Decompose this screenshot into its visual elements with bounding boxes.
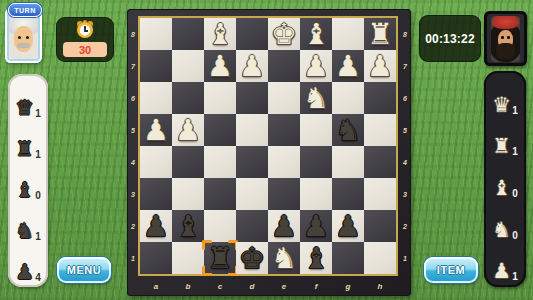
square-c6[interactable] — [204, 82, 236, 114]
square-d2[interactable] — [236, 210, 268, 242]
captured-pawn-row: ♟4 — [8, 243, 48, 283]
rank-label-6: 6 — [127, 82, 139, 114]
piece-white-pawn-h7[interactable]: ♟ — [364, 50, 396, 82]
black-player-avatar-card[interactable] — [484, 11, 527, 66]
avatar-eye — [507, 36, 510, 39]
square-d4[interactable] — [236, 146, 268, 178]
menu-button[interactable]: MENU — [57, 257, 111, 283]
captured-by-white-tray: ♛1♜1♝0♞1♟4 — [8, 74, 48, 287]
captured-queen-row: ♛1 — [484, 76, 526, 116]
piece-white-pawn-c7[interactable]: ♟ — [204, 50, 236, 82]
file-label-d: d — [236, 278, 268, 294]
avatar-eye — [501, 36, 504, 39]
rook-icon: ♜ — [15, 138, 34, 160]
square-f3[interactable] — [300, 178, 332, 210]
captured-pawn-row: ♟1 — [484, 242, 526, 282]
file-label-f: f — [300, 278, 332, 294]
captured-bishop-row: ♝0 — [484, 159, 526, 199]
captured-knight-row: ♞1 — [8, 202, 48, 242]
file-labels-bottom: abcdefgh — [140, 278, 396, 294]
file-label-c: c — [204, 278, 236, 294]
captured-pawn-count: 1 — [512, 271, 518, 282]
square-b3[interactable] — [172, 178, 204, 210]
black-player-avatar — [491, 16, 520, 62]
piece-black-pawn-g2[interactable]: ♟ — [332, 210, 364, 242]
square-e3[interactable] — [268, 178, 300, 210]
square-h1[interactable] — [364, 242, 396, 274]
rank-label-7: 7 — [399, 50, 411, 82]
chess-game-screen: TURN 30 00:13:22 ♛1♜1♝0♞1♟4 ♛1♜1♝0♞0♟1 8… — [0, 0, 533, 300]
move-timer-panel: 30 — [56, 17, 114, 62]
queen-icon: ♛ — [492, 94, 511, 116]
square-a3[interactable] — [140, 178, 172, 210]
avatar-beret — [492, 16, 519, 29]
rank-label-8: 8 — [127, 18, 139, 50]
rank-label-2: 2 — [127, 210, 139, 242]
square-b7[interactable] — [172, 50, 204, 82]
square-h4[interactable] — [364, 146, 396, 178]
square-h2[interactable] — [364, 210, 396, 242]
square-e7[interactable] — [268, 50, 300, 82]
square-d5[interactable] — [236, 114, 268, 146]
square-e6[interactable] — [268, 82, 300, 114]
piece-black-knight-g5[interactable]: ♞ — [332, 114, 364, 146]
alarm-clock-icon — [77, 22, 93, 38]
file-label-g: g — [332, 278, 364, 294]
captured-bishop-count: 0 — [35, 190, 41, 201]
piece-black-pawn-e2[interactable]: ♟ — [268, 210, 300, 242]
captured-bishop-row: ♝0 — [8, 161, 48, 201]
piece-white-bishop-c8[interactable]: ♝ — [204, 18, 236, 50]
square-d8[interactable] — [236, 18, 268, 50]
turn-badge: TURN — [8, 3, 42, 17]
rank-label-3: 3 — [127, 178, 139, 210]
square-f4[interactable] — [300, 146, 332, 178]
square-b1[interactable] — [172, 242, 204, 274]
game-clock: 00:13:22 — [419, 15, 481, 62]
square-a4[interactable] — [140, 146, 172, 178]
square-b6[interactable] — [172, 82, 204, 114]
captured-queen-count: 1 — [35, 108, 41, 119]
piece-white-bishop-f8[interactable]: ♝ — [300, 18, 332, 50]
square-c2[interactable] — [204, 210, 236, 242]
captured-knight-row: ♞0 — [484, 201, 526, 241]
rank-labels-right: 87654321 — [399, 18, 411, 274]
rank-label-8: 8 — [399, 18, 411, 50]
chess-board: 87654321 87654321 abcdefgh ♝♚♝♜♟♟♟♟♟♞♟♟♞… — [127, 9, 411, 296]
piece-black-rook-c1[interactable]: ♜ — [204, 242, 236, 274]
captured-rook-count: 1 — [512, 146, 518, 157]
captured-queen-row: ♛1 — [8, 79, 48, 119]
piece-white-pawn-a5[interactable]: ♟ — [140, 114, 172, 146]
captured-rook-row: ♜1 — [8, 120, 48, 160]
rank-label-2: 2 — [399, 210, 411, 242]
captured-bishop-count: 0 — [512, 188, 518, 199]
square-f5[interactable] — [300, 114, 332, 146]
square-c4[interactable] — [204, 146, 236, 178]
square-b4[interactable] — [172, 146, 204, 178]
move-timer-value: 30 — [63, 42, 107, 57]
square-a7[interactable] — [140, 50, 172, 82]
square-g3[interactable] — [332, 178, 364, 210]
rank-label-5: 5 — [127, 114, 139, 146]
file-label-a: a — [140, 278, 172, 294]
knight-icon: ♞ — [492, 219, 511, 241]
square-c3[interactable] — [204, 178, 236, 210]
square-h6[interactable] — [364, 82, 396, 114]
rank-label-4: 4 — [127, 146, 139, 178]
captured-queen-count: 1 — [512, 105, 518, 116]
rank-labels-left: 87654321 — [127, 18, 139, 274]
avatar-face — [14, 26, 33, 52]
white-player-avatar — [9, 14, 38, 59]
knight-icon: ♞ — [15, 220, 34, 242]
square-g4[interactable] — [332, 146, 364, 178]
rank-label-5: 5 — [399, 114, 411, 146]
captured-rook-row: ♜1 — [484, 117, 526, 157]
piece-white-pawn-f7[interactable]: ♟ — [300, 50, 332, 82]
square-b8[interactable] — [172, 18, 204, 50]
captured-pawn-count: 4 — [35, 272, 41, 283]
piece-white-rook-h8[interactable]: ♜ — [364, 18, 396, 50]
avatar-eye — [18, 36, 21, 39]
rank-label-3: 3 — [399, 178, 411, 210]
captured-knight-count: 1 — [35, 231, 41, 242]
rank-label-7: 7 — [127, 50, 139, 82]
piece-white-pawn-b5[interactable]: ♟ — [172, 114, 204, 146]
square-d6[interactable] — [236, 82, 268, 114]
bishop-icon: ♝ — [492, 177, 511, 199]
square-c5[interactable] — [204, 114, 236, 146]
square-g6[interactable] — [332, 82, 364, 114]
piece-black-bishop-f1[interactable]: ♝ — [300, 242, 332, 274]
avatar-mustache — [17, 43, 30, 48]
square-g1[interactable] — [332, 242, 364, 274]
square-e4[interactable] — [268, 146, 300, 178]
captured-by-black-tray: ♛1♜1♝0♞0♟1 — [484, 71, 526, 287]
piece-white-pawn-g7[interactable]: ♟ — [332, 50, 364, 82]
piece-black-king-d1[interactable]: ♚ — [236, 242, 268, 274]
queen-icon: ♛ — [15, 97, 34, 119]
square-a1[interactable] — [140, 242, 172, 274]
piece-black-pawn-f2[interactable]: ♟ — [300, 210, 332, 242]
rank-label-1: 1 — [399, 242, 411, 274]
piece-white-knight-f6[interactable]: ♞ — [300, 82, 332, 114]
rank-label-6: 6 — [399, 82, 411, 114]
piece-white-pawn-d7[interactable]: ♟ — [236, 50, 268, 82]
item-button[interactable]: ITEM — [424, 257, 478, 283]
square-h3[interactable] — [364, 178, 396, 210]
avatar-beard — [496, 43, 515, 59]
square-g8[interactable] — [332, 18, 364, 50]
captured-knight-count: 0 — [512, 230, 518, 241]
piece-white-knight-e1[interactable]: ♞ — [268, 242, 300, 274]
piece-black-bishop-b2[interactable]: ♝ — [172, 210, 204, 242]
piece-black-pawn-a2[interactable]: ♟ — [140, 210, 172, 242]
pawn-icon: ♟ — [492, 260, 511, 282]
clock-hour-hand — [84, 30, 88, 32]
file-label-e: e — [268, 278, 300, 294]
captured-rook-count: 1 — [35, 149, 41, 160]
square-e5[interactable] — [268, 114, 300, 146]
square-d3[interactable] — [236, 178, 268, 210]
square-h5[interactable] — [364, 114, 396, 146]
bishop-icon: ♝ — [15, 179, 34, 201]
file-label-h: h — [364, 278, 396, 294]
rook-icon: ♜ — [492, 135, 511, 157]
rank-label-1: 1 — [127, 242, 139, 274]
pawn-icon: ♟ — [15, 261, 34, 283]
square-a6[interactable] — [140, 82, 172, 114]
square-a8[interactable] — [140, 18, 172, 50]
avatar-eye — [26, 36, 29, 39]
rank-label-4: 4 — [399, 146, 411, 178]
piece-white-king-e8[interactable]: ♚ — [268, 18, 300, 50]
file-label-b: b — [172, 278, 204, 294]
